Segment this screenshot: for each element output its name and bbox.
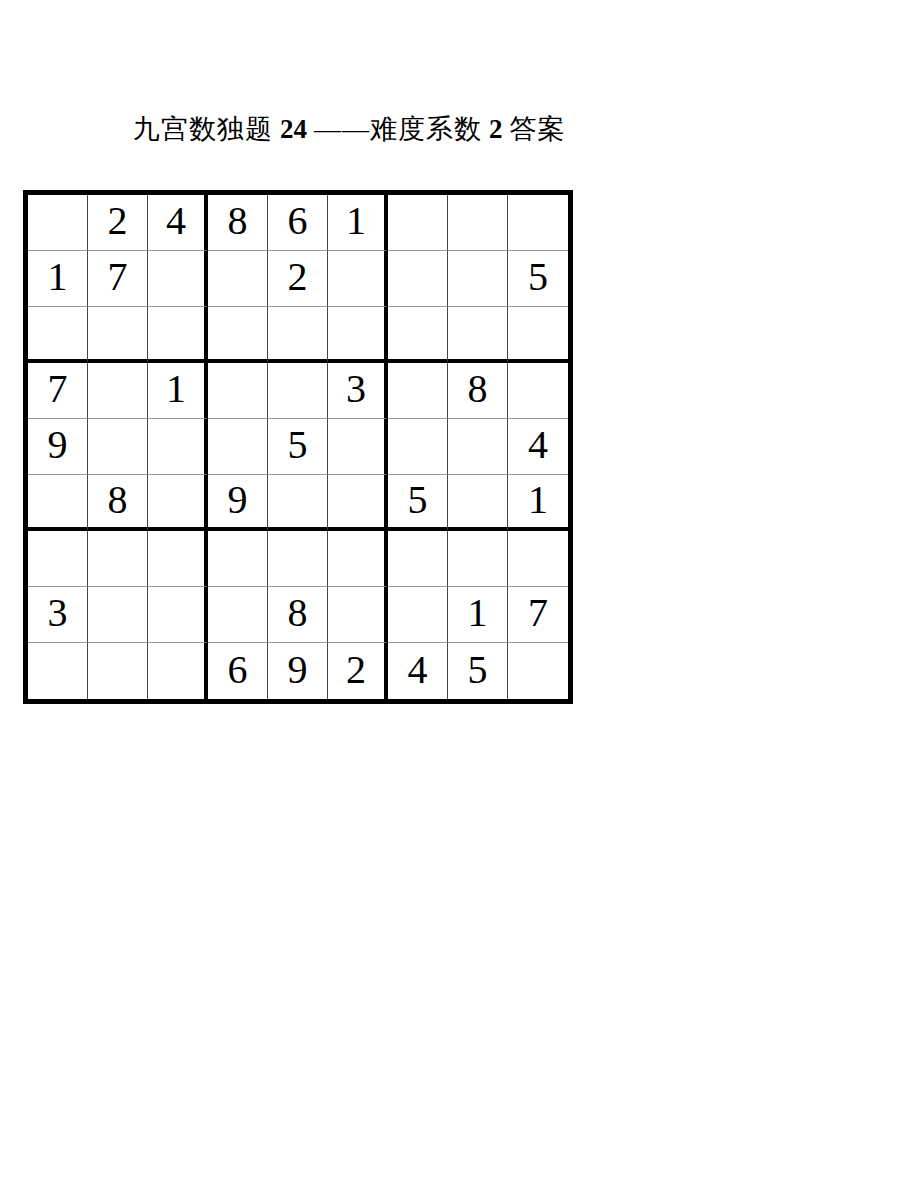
sudoku-cell-r5c7[interactable] — [388, 419, 448, 475]
sudoku-cell-r5c1[interactable]: 9 — [28, 419, 88, 475]
sudoku-cell-r9c1[interactable] — [28, 643, 88, 699]
sudoku-cell-r2c4[interactable] — [208, 251, 268, 307]
sudoku-cell-r8c5[interactable]: 8 — [268, 587, 328, 643]
sudoku-cell-r4c5[interactable] — [268, 363, 328, 419]
sudoku-cell-r3c2[interactable] — [88, 307, 148, 363]
sudoku-cell-r7c4[interactable] — [208, 531, 268, 587]
title-text-left: 九宫数独题 — [133, 114, 273, 144]
sudoku-cell-r2c5[interactable]: 2 — [268, 251, 328, 307]
sudoku-cell-r9c2[interactable] — [88, 643, 148, 699]
sudoku-cell-r8c9[interactable]: 7 — [508, 587, 568, 643]
sudoku-cell-r8c4[interactable] — [208, 587, 268, 643]
sudoku-cell-r1c9[interactable] — [508, 195, 568, 251]
sudoku-cell-r5c6[interactable] — [328, 419, 388, 475]
sudoku-cell-r4c3[interactable]: 1 — [148, 363, 208, 419]
sudoku-cell-r6c8[interactable] — [448, 475, 508, 531]
sudoku-cell-r6c1[interactable] — [28, 475, 88, 531]
sudoku-cell-r2c2[interactable]: 7 — [88, 251, 148, 307]
puzzle-number: 24 — [280, 114, 307, 144]
sudoku-cell-r1c6[interactable]: 1 — [328, 195, 388, 251]
sudoku-cell-r4c8[interactable]: 8 — [448, 363, 508, 419]
sudoku-cell-r2c6[interactable] — [328, 251, 388, 307]
sudoku-cell-r2c7[interactable] — [388, 251, 448, 307]
sudoku-cell-r2c1[interactable]: 1 — [28, 251, 88, 307]
sudoku-cell-r6c9[interactable]: 1 — [508, 475, 568, 531]
sudoku-cell-r6c4[interactable]: 9 — [208, 475, 268, 531]
page-title: 九宫数独题24——难度系数2答案 — [133, 112, 566, 146]
sudoku-cell-r8c6[interactable] — [328, 587, 388, 643]
sudoku-cell-r3c7[interactable] — [388, 307, 448, 363]
sudoku-cell-r6c6[interactable] — [328, 475, 388, 531]
sudoku-cell-r5c2[interactable] — [88, 419, 148, 475]
sudoku-cell-r8c3[interactable] — [148, 587, 208, 643]
sudoku-cell-r7c6[interactable] — [328, 531, 388, 587]
sudoku-cell-r7c9[interactable] — [508, 531, 568, 587]
sudoku-cell-r5c9[interactable]: 4 — [508, 419, 568, 475]
sudoku-cell-r1c3[interactable]: 4 — [148, 195, 208, 251]
sudoku-cell-r9c7[interactable]: 4 — [388, 643, 448, 699]
sudoku-cell-r9c5[interactable]: 9 — [268, 643, 328, 699]
sudoku-cell-r4c4[interactable] — [208, 363, 268, 419]
sudoku-cell-r8c1[interactable]: 3 — [28, 587, 88, 643]
sudoku-cell-r3c3[interactable] — [148, 307, 208, 363]
sudoku-cell-r9c8[interactable]: 5 — [448, 643, 508, 699]
sudoku-cell-r4c2[interactable] — [88, 363, 148, 419]
sudoku-cell-r9c4[interactable]: 6 — [208, 643, 268, 699]
sudoku-cell-r9c6[interactable]: 2 — [328, 643, 388, 699]
sudoku-cell-r5c5[interactable]: 5 — [268, 419, 328, 475]
sudoku-cell-r3c6[interactable] — [328, 307, 388, 363]
sudoku-cell-r5c3[interactable] — [148, 419, 208, 475]
sudoku-cell-r4c1[interactable]: 7 — [28, 363, 88, 419]
sudoku-cell-r6c3[interactable] — [148, 475, 208, 531]
title-text-middle: ——难度系数 — [314, 114, 482, 144]
sudoku-cell-r4c6[interactable]: 3 — [328, 363, 388, 419]
document-page: 九宫数独题24——难度系数2答案 24861172571389548951381… — [0, 0, 920, 1191]
sudoku-board: 24861172571389548951381769245 — [23, 190, 573, 704]
sudoku-cell-r7c8[interactable] — [448, 531, 508, 587]
sudoku-cell-r1c1[interactable] — [28, 195, 88, 251]
sudoku-cell-r8c8[interactable]: 1 — [448, 587, 508, 643]
title-text-right: 答案 — [510, 114, 566, 144]
sudoku-cell-r6c2[interactable]: 8 — [88, 475, 148, 531]
sudoku-cell-r1c8[interactable] — [448, 195, 508, 251]
sudoku-cell-r7c1[interactable] — [28, 531, 88, 587]
sudoku-cell-r5c8[interactable] — [448, 419, 508, 475]
sudoku-cell-r3c1[interactable] — [28, 307, 88, 363]
sudoku-cell-r9c9[interactable] — [508, 643, 568, 699]
sudoku-cell-r7c5[interactable] — [268, 531, 328, 587]
sudoku-cell-r3c9[interactable] — [508, 307, 568, 363]
sudoku-cell-r1c4[interactable]: 8 — [208, 195, 268, 251]
sudoku-cell-r9c3[interactable] — [148, 643, 208, 699]
sudoku-cell-r5c4[interactable] — [208, 419, 268, 475]
sudoku-cell-r4c7[interactable] — [388, 363, 448, 419]
sudoku-cell-r2c3[interactable] — [148, 251, 208, 307]
sudoku-cell-r8c7[interactable] — [388, 587, 448, 643]
sudoku-cell-r7c3[interactable] — [148, 531, 208, 587]
sudoku-cell-r6c7[interactable]: 5 — [388, 475, 448, 531]
sudoku-cell-r2c8[interactable] — [448, 251, 508, 307]
sudoku-cell-r6c5[interactable] — [268, 475, 328, 531]
sudoku-cell-r1c2[interactable]: 2 — [88, 195, 148, 251]
sudoku-cell-r8c2[interactable] — [88, 587, 148, 643]
sudoku-cell-r2c9[interactable]: 5 — [508, 251, 568, 307]
sudoku-cell-r7c7[interactable] — [388, 531, 448, 587]
sudoku-cell-r3c8[interactable] — [448, 307, 508, 363]
sudoku-cell-r1c5[interactable]: 6 — [268, 195, 328, 251]
difficulty-value: 2 — [489, 114, 503, 144]
sudoku-cell-r1c7[interactable] — [388, 195, 448, 251]
sudoku-cell-r3c4[interactable] — [208, 307, 268, 363]
sudoku-cell-r3c5[interactable] — [268, 307, 328, 363]
sudoku-cell-r7c2[interactable] — [88, 531, 148, 587]
sudoku-cell-r4c9[interactable] — [508, 363, 568, 419]
